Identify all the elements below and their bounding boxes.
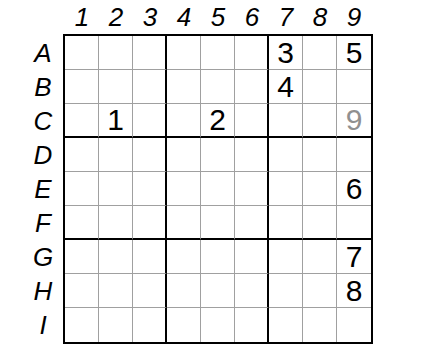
sudoku-page: 1 2 3 4 5 6 7 8 9 A B C D E F G H I 3541… bbox=[0, 0, 429, 351]
cell-E9[interactable]: 6 bbox=[337, 172, 371, 206]
cell-E8[interactable] bbox=[303, 172, 337, 206]
col-label-7: 7 bbox=[269, 2, 303, 32]
cell-E1[interactable] bbox=[65, 172, 99, 206]
cell-C4[interactable] bbox=[167, 104, 201, 138]
cell-E7[interactable] bbox=[269, 172, 303, 206]
col-label-5: 5 bbox=[201, 2, 235, 32]
cell-D1[interactable] bbox=[65, 138, 99, 172]
row-label-I: I bbox=[26, 308, 60, 342]
cell-H7[interactable] bbox=[269, 274, 303, 308]
cell-H4[interactable] bbox=[167, 274, 201, 308]
cell-F5[interactable] bbox=[201, 206, 235, 240]
cell-A5[interactable] bbox=[201, 36, 235, 70]
row-label-C: C bbox=[26, 104, 60, 138]
cell-D8[interactable] bbox=[303, 138, 337, 172]
cell-B5[interactable] bbox=[201, 70, 235, 104]
cell-B1[interactable] bbox=[65, 70, 99, 104]
cell-I9[interactable] bbox=[337, 308, 371, 342]
sudoku-board: 354129678 bbox=[63, 34, 373, 344]
cell-D9[interactable] bbox=[337, 138, 371, 172]
cell-C7[interactable] bbox=[269, 104, 303, 138]
cell-C5[interactable]: 2 bbox=[201, 104, 235, 138]
cell-G7[interactable] bbox=[269, 240, 303, 274]
cell-I4[interactable] bbox=[167, 308, 201, 342]
cell-E3[interactable] bbox=[133, 172, 167, 206]
cell-H3[interactable] bbox=[133, 274, 167, 308]
cell-G8[interactable] bbox=[303, 240, 337, 274]
cell-F4[interactable] bbox=[167, 206, 201, 240]
cell-C2[interactable]: 1 bbox=[99, 104, 133, 138]
row-label-A: A bbox=[26, 36, 60, 70]
cell-A2[interactable] bbox=[99, 36, 133, 70]
cell-E2[interactable] bbox=[99, 172, 133, 206]
cell-H5[interactable] bbox=[201, 274, 235, 308]
cell-D4[interactable] bbox=[167, 138, 201, 172]
cell-B2[interactable] bbox=[99, 70, 133, 104]
cell-E6[interactable] bbox=[235, 172, 269, 206]
cell-F8[interactable] bbox=[303, 206, 337, 240]
cell-C9[interactable]: 9 bbox=[337, 104, 371, 138]
cell-G9[interactable]: 7 bbox=[337, 240, 371, 274]
col-label-2: 2 bbox=[99, 2, 133, 32]
cell-H2[interactable] bbox=[99, 274, 133, 308]
cell-F3[interactable] bbox=[133, 206, 167, 240]
cell-E4[interactable] bbox=[167, 172, 201, 206]
cell-I1[interactable] bbox=[65, 308, 99, 342]
column-labels: 1 2 3 4 5 6 7 8 9 bbox=[65, 2, 371, 32]
cell-D3[interactable] bbox=[133, 138, 167, 172]
cell-B8[interactable] bbox=[303, 70, 337, 104]
cell-F7[interactable] bbox=[269, 206, 303, 240]
cell-G4[interactable] bbox=[167, 240, 201, 274]
cell-E5[interactable] bbox=[201, 172, 235, 206]
cell-B4[interactable] bbox=[167, 70, 201, 104]
cell-D7[interactable] bbox=[269, 138, 303, 172]
cell-G6[interactable] bbox=[235, 240, 269, 274]
col-label-4: 4 bbox=[167, 2, 201, 32]
cell-C6[interactable] bbox=[235, 104, 269, 138]
row-labels: A B C D E F G H I bbox=[26, 36, 60, 342]
cell-H1[interactable] bbox=[65, 274, 99, 308]
cell-A1[interactable] bbox=[65, 36, 99, 70]
cell-I3[interactable] bbox=[133, 308, 167, 342]
row-label-E: E bbox=[26, 172, 60, 206]
cell-G2[interactable] bbox=[99, 240, 133, 274]
cell-D6[interactable] bbox=[235, 138, 269, 172]
cell-I8[interactable] bbox=[303, 308, 337, 342]
cell-A4[interactable] bbox=[167, 36, 201, 70]
cell-F2[interactable] bbox=[99, 206, 133, 240]
cell-I6[interactable] bbox=[235, 308, 269, 342]
cell-A6[interactable] bbox=[235, 36, 269, 70]
row-label-B: B bbox=[26, 70, 60, 104]
cell-F6[interactable] bbox=[235, 206, 269, 240]
col-label-1: 1 bbox=[65, 2, 99, 32]
cell-I2[interactable] bbox=[99, 308, 133, 342]
cell-D5[interactable] bbox=[201, 138, 235, 172]
cell-D2[interactable] bbox=[99, 138, 133, 172]
col-label-8: 8 bbox=[303, 2, 337, 32]
row-label-H: H bbox=[26, 274, 60, 308]
cell-F1[interactable] bbox=[65, 206, 99, 240]
cell-C3[interactable] bbox=[133, 104, 167, 138]
cell-H6[interactable] bbox=[235, 274, 269, 308]
cell-G5[interactable] bbox=[201, 240, 235, 274]
cell-G3[interactable] bbox=[133, 240, 167, 274]
cell-I5[interactable] bbox=[201, 308, 235, 342]
cell-C8[interactable] bbox=[303, 104, 337, 138]
row-label-D: D bbox=[26, 138, 60, 172]
row-label-G: G bbox=[26, 240, 60, 274]
cell-H9[interactable]: 8 bbox=[337, 274, 371, 308]
row-label-F: F bbox=[26, 206, 60, 240]
cell-C1[interactable] bbox=[65, 104, 99, 138]
cell-I7[interactable] bbox=[269, 308, 303, 342]
col-label-6: 6 bbox=[235, 2, 269, 32]
cell-H8[interactable] bbox=[303, 274, 337, 308]
cell-A3[interactable] bbox=[133, 36, 167, 70]
cell-A7[interactable]: 3 bbox=[269, 36, 303, 70]
cell-B3[interactable] bbox=[133, 70, 167, 104]
cell-B7[interactable]: 4 bbox=[269, 70, 303, 104]
cell-A9[interactable]: 5 bbox=[337, 36, 371, 70]
cell-B9[interactable] bbox=[337, 70, 371, 104]
col-label-3: 3 bbox=[133, 2, 167, 32]
cell-B6[interactable] bbox=[235, 70, 269, 104]
cell-F9[interactable] bbox=[337, 206, 371, 240]
cell-G1[interactable] bbox=[65, 240, 99, 274]
cell-A8[interactable] bbox=[303, 36, 337, 70]
col-label-9: 9 bbox=[337, 2, 371, 32]
